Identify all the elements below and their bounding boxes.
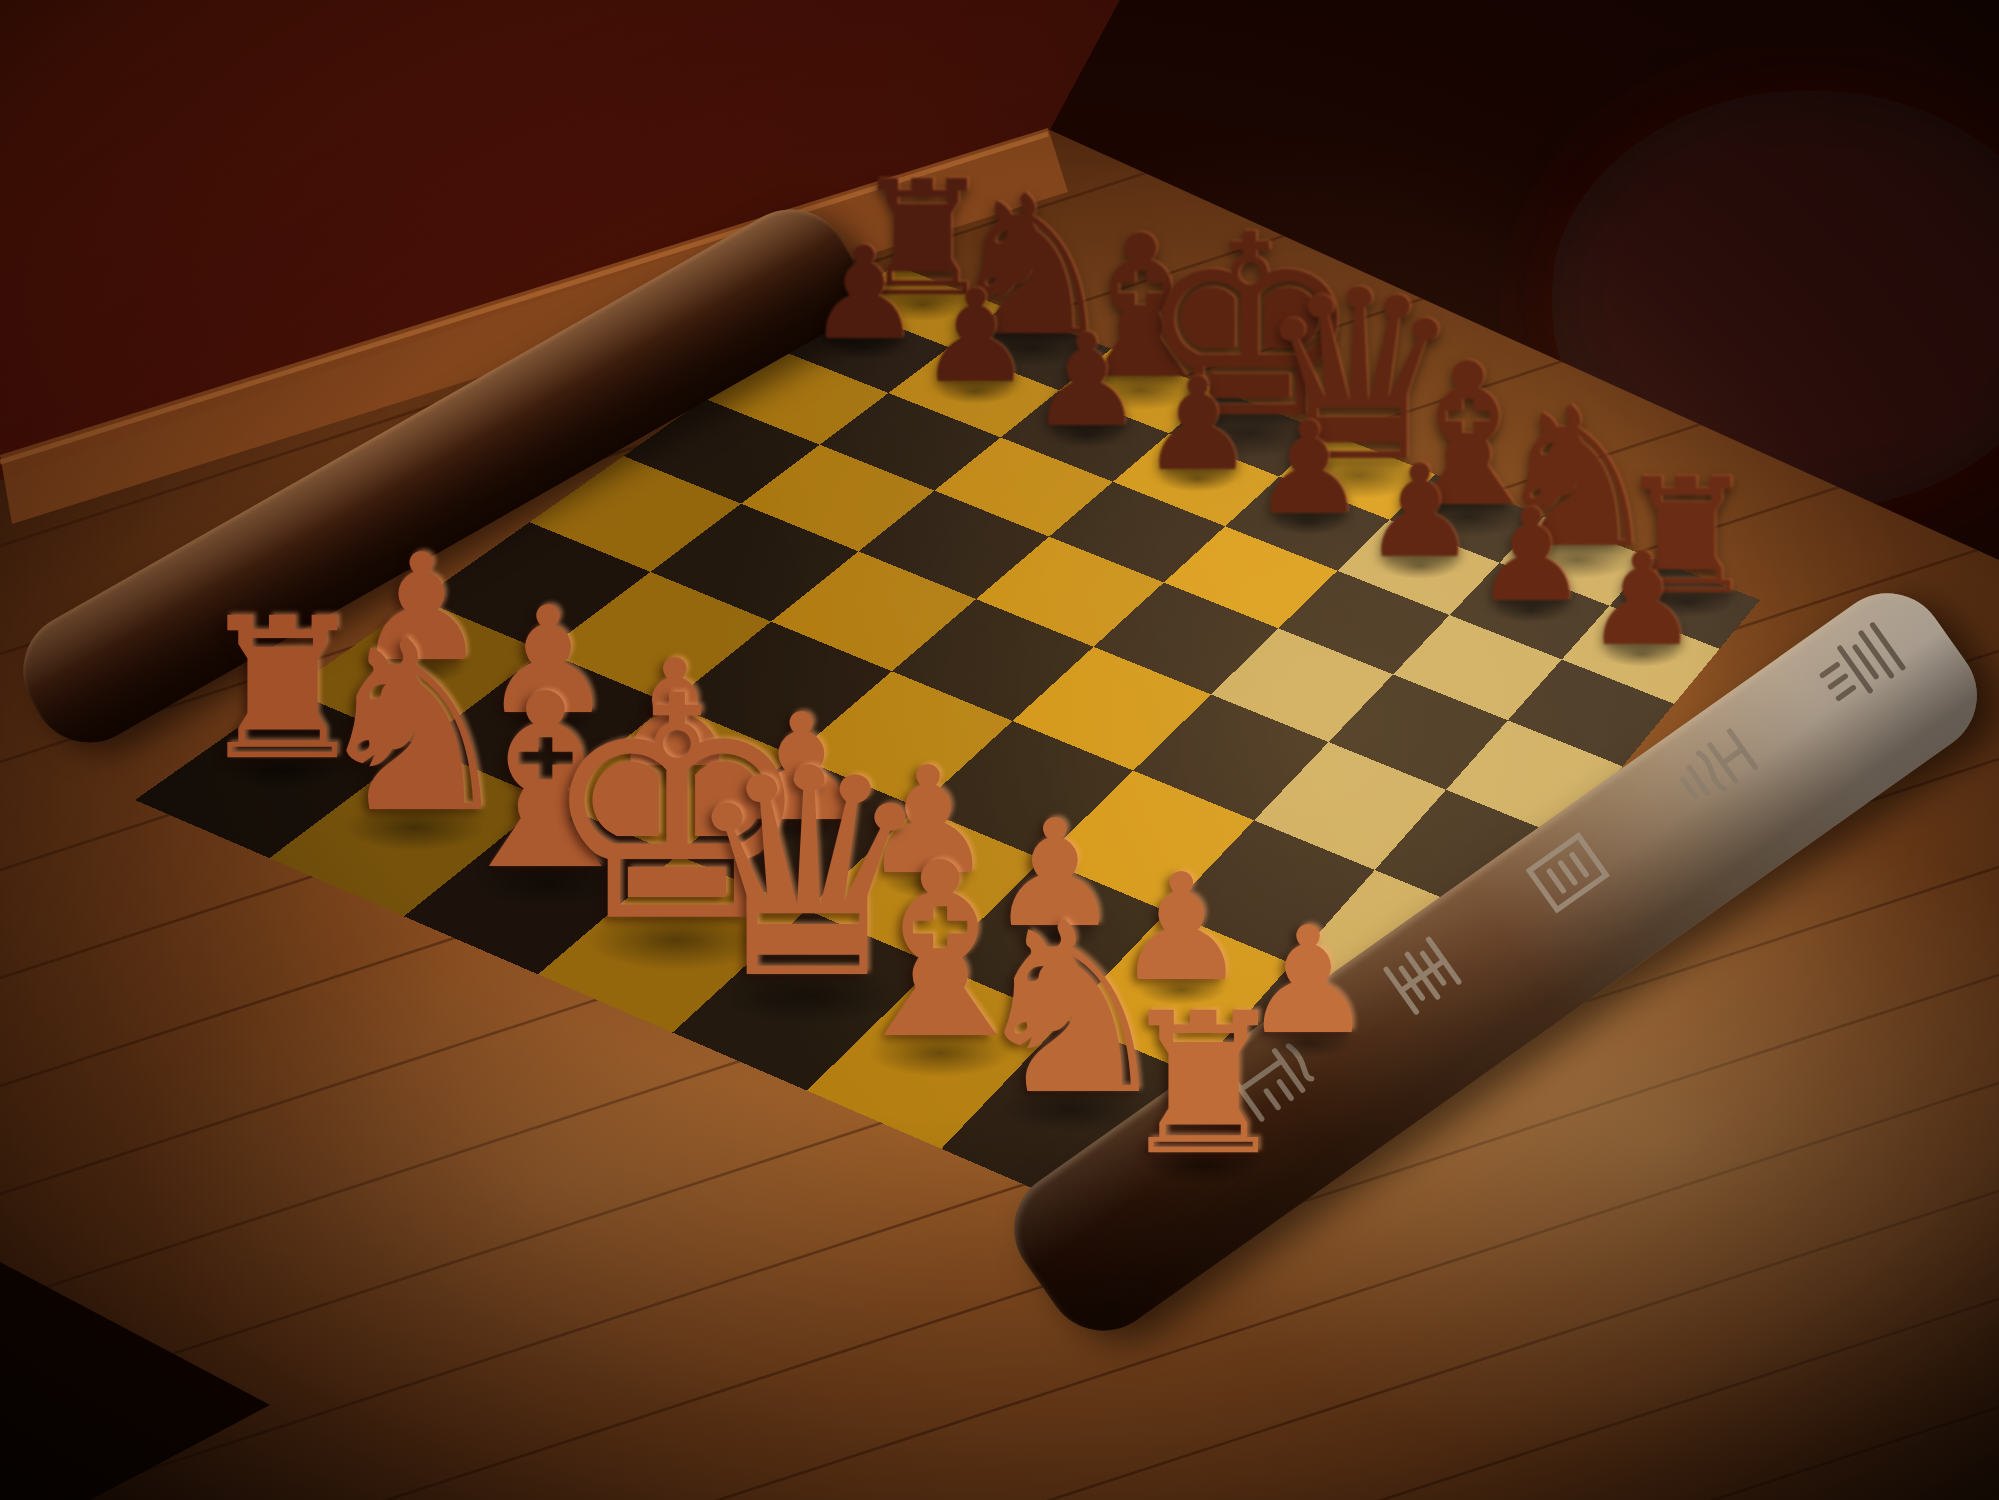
terracotta-rook: ♜ <box>1116 986 1291 1181</box>
dark-pawn: ♟ <box>1362 448 1477 576</box>
dark-pawn: ♟ <box>1140 361 1255 489</box>
photo-chess-scene: ♜♟♞♝♟♚♟♛♟♝♟♞♟♜♟♟♟♟♜♟♞♟♟♝♟♚♟♛♟♝♞♜ <box>0 0 1999 1500</box>
dark-pawn: ♟ <box>807 230 922 358</box>
dark-pawn: ♟ <box>1585 536 1700 664</box>
dark-pawn: ♟ <box>918 274 1033 402</box>
dark-pawn: ♟ <box>1473 492 1588 620</box>
dark-pawn: ♟ <box>1251 405 1366 533</box>
dark-pawn: ♟ <box>1029 317 1144 445</box>
